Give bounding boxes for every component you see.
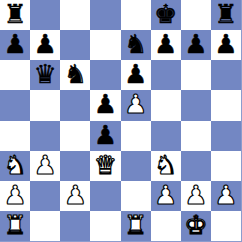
square-b6[interactable]: ♛ xyxy=(30,60,60,90)
square-b4[interactable] xyxy=(30,121,60,151)
square-h2[interactable]: ♟ xyxy=(211,181,241,211)
white-queen[interactable]: ♛ xyxy=(94,152,117,178)
square-a6[interactable] xyxy=(0,60,30,90)
square-h1[interactable] xyxy=(211,211,241,241)
square-g4[interactable] xyxy=(181,121,211,151)
square-h6[interactable] xyxy=(211,60,241,90)
black-pawn[interactable]: ♟ xyxy=(3,31,26,57)
square-e3[interactable] xyxy=(121,151,151,181)
square-d3[interactable]: ♛ xyxy=(90,151,120,181)
square-c7[interactable] xyxy=(60,30,90,60)
black-pawn[interactable]: ♟ xyxy=(94,91,117,117)
square-h5[interactable] xyxy=(211,90,241,120)
square-d6[interactable] xyxy=(90,60,120,90)
square-a2[interactable]: ♟ xyxy=(0,181,30,211)
square-f5[interactable] xyxy=(151,90,181,120)
square-g3[interactable] xyxy=(181,151,211,181)
black-pawn[interactable]: ♟ xyxy=(184,31,207,57)
square-f3[interactable]: ♞ xyxy=(151,151,181,181)
square-g6[interactable] xyxy=(181,60,211,90)
square-h4[interactable] xyxy=(211,121,241,151)
square-c1[interactable] xyxy=(60,211,90,241)
square-f8[interactable]: ♚ xyxy=(151,0,181,30)
square-a8[interactable]: ♜ xyxy=(0,0,30,30)
square-f2[interactable]: ♟ xyxy=(151,181,181,211)
square-d5[interactable]: ♟ xyxy=(90,90,120,120)
square-e6[interactable]: ♟ xyxy=(121,60,151,90)
square-c2[interactable]: ♟ xyxy=(60,181,90,211)
white-knight[interactable]: ♞ xyxy=(3,152,26,178)
square-e2[interactable] xyxy=(121,181,151,211)
black-queen[interactable]: ♛ xyxy=(34,61,57,87)
square-c3[interactable] xyxy=(60,151,90,181)
white-pawn[interactable]: ♟ xyxy=(184,182,207,208)
black-pawn[interactable]: ♟ xyxy=(124,61,147,87)
square-h8[interactable]: ♜ xyxy=(211,0,241,30)
square-b8[interactable] xyxy=(30,0,60,30)
white-pawn[interactable]: ♟ xyxy=(124,91,147,117)
square-g7[interactable]: ♟ xyxy=(181,30,211,60)
square-d8[interactable] xyxy=(90,0,120,30)
chess-board: ♜♚♜♟♟♞♟♟♟♛♞♟♟♟♟♞♟♛♞♟♟♟♟♟♜♜♚ xyxy=(0,0,242,242)
square-f6[interactable] xyxy=(151,60,181,90)
square-e1[interactable]: ♜ xyxy=(121,211,151,241)
square-d7[interactable] xyxy=(90,30,120,60)
square-b1[interactable] xyxy=(30,211,60,241)
black-pawn[interactable]: ♟ xyxy=(34,31,57,57)
square-b2[interactable] xyxy=(30,181,60,211)
black-pawn[interactable]: ♟ xyxy=(154,31,177,57)
white-pawn[interactable]: ♟ xyxy=(214,182,237,208)
square-c5[interactable] xyxy=(60,90,90,120)
square-a1[interactable]: ♜ xyxy=(0,211,30,241)
black-pawn[interactable]: ♟ xyxy=(214,31,237,57)
square-e4[interactable] xyxy=(121,121,151,151)
white-knight[interactable]: ♞ xyxy=(154,152,177,178)
black-rook[interactable]: ♜ xyxy=(214,1,237,27)
square-e5[interactable]: ♟ xyxy=(121,90,151,120)
square-a4[interactable] xyxy=(0,121,30,151)
square-b5[interactable] xyxy=(30,90,60,120)
square-g1[interactable]: ♚ xyxy=(181,211,211,241)
white-pawn[interactable]: ♟ xyxy=(3,182,26,208)
square-g8[interactable] xyxy=(181,0,211,30)
white-pawn[interactable]: ♟ xyxy=(34,152,57,178)
white-rook[interactable]: ♜ xyxy=(3,212,26,238)
white-pawn[interactable]: ♟ xyxy=(154,182,177,208)
black-knight[interactable]: ♞ xyxy=(64,61,87,87)
square-g2[interactable]: ♟ xyxy=(181,181,211,211)
square-a7[interactable]: ♟ xyxy=(0,30,30,60)
black-king[interactable]: ♚ xyxy=(154,1,177,27)
square-a3[interactable]: ♞ xyxy=(0,151,30,181)
square-h7[interactable]: ♟ xyxy=(211,30,241,60)
square-d1[interactable] xyxy=(90,211,120,241)
white-pawn[interactable]: ♟ xyxy=(64,182,87,208)
square-h3[interactable] xyxy=(211,151,241,181)
black-pawn[interactable]: ♟ xyxy=(94,122,117,148)
square-e8[interactable] xyxy=(121,0,151,30)
white-rook[interactable]: ♜ xyxy=(124,212,147,238)
square-a5[interactable] xyxy=(0,90,30,120)
square-g5[interactable] xyxy=(181,90,211,120)
square-d2[interactable] xyxy=(90,181,120,211)
black-knight[interactable]: ♞ xyxy=(124,31,147,57)
square-c4[interactable] xyxy=(60,121,90,151)
square-f1[interactable] xyxy=(151,211,181,241)
square-c6[interactable]: ♞ xyxy=(60,60,90,90)
black-rook[interactable]: ♜ xyxy=(3,1,26,27)
square-f7[interactable]: ♟ xyxy=(151,30,181,60)
square-f4[interactable] xyxy=(151,121,181,151)
square-e7[interactable]: ♞ xyxy=(121,30,151,60)
square-d4[interactable]: ♟ xyxy=(90,121,120,151)
square-c8[interactable] xyxy=(60,0,90,30)
square-b7[interactable]: ♟ xyxy=(30,30,60,60)
square-b3[interactable]: ♟ xyxy=(30,151,60,181)
white-king[interactable]: ♚ xyxy=(184,212,207,238)
